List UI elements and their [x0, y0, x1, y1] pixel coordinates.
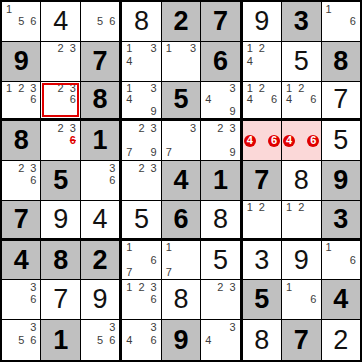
candidate-1: 1	[163, 43, 175, 55]
candidate-empty	[335, 266, 347, 278]
candidate-1: 1	[244, 202, 256, 214]
candidate-3: 3	[106, 321, 118, 334]
candidate-empty	[202, 321, 214, 334]
candidate-empty	[42, 94, 54, 106]
candidate-empty	[135, 254, 147, 266]
candidate-grid: 23	[123, 162, 159, 199]
candidate-7: 7	[123, 266, 135, 278]
given-digit: 5	[173, 86, 188, 113]
cell-r1c8[interactable]: 3	[282, 2, 321, 42]
candidate-empty	[106, 3, 118, 15]
candidate-empty	[135, 94, 147, 106]
candidate-empty	[335, 242, 347, 254]
candidate-empty	[163, 254, 175, 266]
candidate-3: 3	[148, 281, 160, 293]
candidate-empty	[335, 28, 347, 40]
candidate-empty	[268, 106, 280, 118]
cell-r6c8[interactable]: 12	[282, 201, 321, 241]
candidate-empty	[94, 162, 106, 174]
candidate-grid: 12	[244, 202, 280, 237]
candidate-grid: 36	[82, 162, 118, 199]
candidate-empty	[307, 225, 319, 237]
candidate-empty	[214, 321, 226, 334]
cell-r1c6[interactable]: 7	[201, 2, 242, 42]
cell-r2c1[interactable]: 9	[2, 42, 41, 82]
cell-r9c1[interactable]: 356	[2, 320, 41, 360]
cell-r4c9[interactable]: 5	[322, 121, 360, 161]
given-digit: 1	[213, 167, 228, 194]
candidate-4: 4	[123, 55, 135, 67]
cell-r6c4[interactable]: 5	[122, 201, 161, 241]
candidate-empty	[3, 162, 15, 174]
cell-r6c6[interactable]: 8	[201, 201, 242, 241]
candidate-empty	[135, 83, 147, 95]
candidate-empty	[187, 147, 199, 159]
candidate-empty	[15, 106, 27, 118]
candidate-empty	[295, 147, 307, 159]
candidate-empty	[123, 67, 135, 79]
cell-r7c7[interactable]: 3	[243, 241, 282, 281]
cell-r6c1[interactable]: 7	[2, 201, 41, 241]
candidate-1: 1	[323, 242, 335, 254]
candidate-empty	[55, 67, 67, 79]
candidate-empty	[244, 225, 256, 237]
candidate-empty	[3, 94, 15, 106]
candidate-empty	[55, 135, 67, 147]
candidate-empty	[15, 321, 27, 334]
cell-r2c3[interactable]: 7	[81, 42, 122, 82]
cell-r4c4[interactable]: 2379	[122, 121, 161, 161]
cell-r9c5[interactable]: 9	[162, 320, 201, 360]
cell-r1c3[interactable]: 56	[81, 2, 122, 42]
candidate-empty	[3, 321, 15, 334]
candidate-empty	[106, 187, 118, 199]
candidate-empty	[27, 306, 39, 318]
candidate-empty	[15, 3, 27, 15]
cell-r3c3[interactable]: 8	[81, 82, 122, 122]
cell-r1c4[interactable]: 8	[122, 2, 161, 42]
candidate-empty	[175, 135, 187, 147]
candidate-empty	[335, 15, 347, 27]
cell-r7c5[interactable]: 17	[162, 241, 201, 281]
cell-r4c5[interactable]: 37	[162, 121, 201, 161]
candidate-empty	[307, 214, 319, 226]
candidate-grid: 16	[283, 281, 319, 318]
candidate-empty	[268, 43, 280, 55]
cell-r4c6[interactable]: 239	[201, 121, 242, 161]
candidate-4: 4	[202, 334, 214, 347]
cell-r8c5[interactable]: 8	[162, 280, 201, 320]
candidate-1: 1	[323, 3, 335, 15]
candidate-empty	[307, 202, 319, 214]
candidate-3: 3	[148, 162, 160, 174]
candidate-3: 3	[226, 83, 238, 95]
candidate-7: 7	[163, 147, 175, 159]
candidate-empty	[55, 106, 67, 118]
candidate-grid: 56	[82, 3, 118, 40]
candidate-empty	[27, 106, 39, 118]
given-digit: 7	[14, 206, 29, 233]
candidate-grid: 236	[42, 83, 78, 118]
cell-r5c9[interactable]: 9	[322, 161, 360, 201]
candidate-empty	[187, 242, 199, 254]
candidate-empty	[42, 43, 54, 55]
cell-r8c1[interactable]: 36	[2, 280, 41, 320]
candidate-empty	[135, 174, 147, 186]
candidate-empty	[256, 135, 268, 147]
candidate-empty	[268, 83, 280, 95]
candidate-empty	[175, 122, 187, 134]
candidate-grid: 1236	[3, 83, 39, 118]
candidate-6: 6	[268, 135, 280, 147]
candidate-empty	[15, 346, 27, 359]
candidate-empty	[295, 214, 307, 226]
candidate-6: 6	[27, 294, 39, 306]
cell-r5c4[interactable]: 23	[122, 161, 161, 201]
candidate-empty	[15, 187, 27, 199]
candidate-empty	[135, 187, 147, 199]
candidate-empty	[15, 281, 27, 293]
cell-r9c3[interactable]: 356	[81, 320, 122, 360]
candidate-empty	[307, 281, 319, 293]
cell-r6c7[interactable]: 12	[243, 201, 282, 241]
candidate-grid: 236	[42, 122, 78, 159]
cell-r5c7[interactable]: 7	[243, 161, 282, 201]
candidate-grid: 356	[82, 321, 118, 359]
board-row-4: 8236123793723946465	[2, 121, 360, 161]
candidate-empty	[94, 174, 106, 186]
cell-r9c6[interactable]: 34	[201, 320, 242, 360]
candidate-grid: 37	[163, 122, 199, 159]
candidate-6: 6	[347, 15, 359, 27]
cell-r2c7[interactable]: 124	[243, 42, 282, 82]
candidate-6: 6	[27, 94, 39, 106]
candidate-6: 6	[106, 334, 118, 347]
candidate-empty	[15, 174, 27, 186]
entered-digit: 4	[93, 206, 108, 233]
candidate-empty	[82, 187, 94, 199]
candidate-empty	[3, 106, 15, 118]
board-row-7: 4821671753916	[2, 241, 360, 281]
cell-r2c2[interactable]: 23	[41, 42, 80, 82]
candidate-empty	[187, 254, 199, 266]
cell-r6c5[interactable]: 6	[162, 201, 201, 241]
candidate-empty	[148, 135, 160, 147]
candidate-empty	[323, 28, 335, 40]
cell-r3c9[interactable]: 7	[322, 82, 360, 122]
candidate-empty	[256, 67, 268, 79]
candidate-empty	[295, 225, 307, 237]
cell-r7c2[interactable]: 8	[41, 241, 80, 281]
candidate-empty	[214, 294, 226, 306]
candidate-2: 2	[295, 83, 307, 95]
candidate-2: 2	[256, 202, 268, 214]
candidate-3: 3	[148, 321, 160, 334]
candidate-2: 2	[55, 122, 67, 134]
candidate-6: 6	[268, 94, 280, 106]
cell-r2c8[interactable]: 5	[282, 42, 321, 82]
candidate-empty	[3, 15, 15, 27]
candidate-grid: 134	[123, 43, 159, 80]
candidate-4: 4	[283, 94, 295, 106]
cell-r1c1[interactable]: 156	[2, 2, 41, 42]
cell-r3c6[interactable]: 349	[201, 82, 242, 122]
candidate-empty	[244, 147, 256, 159]
cell-r1c5[interactable]: 2	[162, 2, 201, 42]
cell-r4c7[interactable]: 46	[243, 121, 282, 161]
candidate-empty	[42, 55, 54, 67]
candidate-empty	[42, 106, 54, 118]
candidate-empty	[283, 214, 295, 226]
cell-r6c3[interactable]: 4	[81, 201, 122, 241]
candidate-empty	[94, 346, 106, 359]
candidate-empty	[148, 187, 160, 199]
candidate-empty	[42, 67, 54, 79]
cell-r4c3[interactable]: 1	[81, 121, 122, 161]
entered-digit: 9	[93, 286, 108, 313]
candidate-empty	[226, 306, 238, 318]
candidate-2: 2	[295, 202, 307, 214]
cell-r7c8[interactable]: 9	[282, 241, 321, 281]
cell-r8c4[interactable]: 1236	[122, 280, 161, 320]
candidate-3: 3	[187, 122, 199, 134]
candidate-4: 4	[123, 94, 135, 106]
candidate-empty	[82, 321, 94, 334]
candidate-empty	[135, 242, 147, 254]
candidate-3: 3	[27, 281, 39, 293]
candidate-empty	[347, 3, 359, 15]
candidate-7: 7	[163, 266, 175, 278]
candidate-1: 1	[244, 43, 256, 55]
candidate-grid: 34	[202, 321, 238, 359]
given-digit: 7	[93, 48, 108, 75]
candidate-empty	[163, 55, 175, 67]
board-row-1: 1564568279316	[2, 2, 360, 42]
cell-r3c4[interactable]: 1349	[122, 82, 161, 122]
given-digit: 4	[173, 167, 188, 194]
cell-r9c9[interactable]: 2	[322, 320, 360, 360]
candidate-grid: 16	[323, 242, 359, 279]
cell-r5c1[interactable]: 236	[2, 161, 41, 201]
candidate-empty	[135, 67, 147, 79]
cell-r1c7[interactable]: 9	[243, 2, 282, 42]
candidate-empty	[268, 67, 280, 79]
cell-r4c2[interactable]: 236	[41, 121, 80, 161]
candidate-empty	[55, 94, 67, 106]
candidate-empty	[42, 83, 54, 95]
candidate-6: 6	[67, 135, 79, 147]
candidate-empty	[175, 242, 187, 254]
candidate-3: 3	[226, 281, 238, 293]
candidate-3: 3	[106, 162, 118, 174]
candidate-1: 1	[283, 202, 295, 214]
cell-r5c6[interactable]: 1	[201, 161, 242, 201]
candidate-empty	[148, 242, 160, 254]
cell-r2c5[interactable]: 13	[162, 42, 201, 82]
given-digit: 7	[254, 167, 269, 194]
candidate-empty	[148, 306, 160, 318]
candidate-empty	[94, 3, 106, 15]
candidate-empty	[214, 106, 226, 118]
cell-r2c9[interactable]: 8	[322, 42, 360, 82]
candidate-empty	[187, 55, 199, 67]
candidate-2: 2	[214, 122, 226, 134]
candidate-empty	[175, 67, 187, 79]
candidate-empty	[94, 28, 106, 40]
given-digit: 7	[213, 8, 228, 35]
candidate-empty	[202, 122, 214, 134]
board-row-3: 1236236813495349124612467	[2, 82, 360, 122]
candidate-empty	[135, 106, 147, 118]
cell-r5c2[interactable]: 5	[41, 161, 80, 201]
candidate-empty	[123, 187, 135, 199]
sudoku-board: 1564568279316923713413612458123623681349…	[0, 0, 362, 362]
candidate-empty	[268, 122, 280, 134]
candidate-empty	[295, 294, 307, 306]
candidate-empty	[307, 147, 319, 159]
cell-r8c9[interactable]: 4	[322, 280, 360, 320]
candidate-empty	[202, 147, 214, 159]
cell-r8c2[interactable]: 7	[41, 280, 80, 320]
cell-r6c9[interactable]: 3	[322, 201, 360, 241]
cell-r3c2[interactable]: 236	[41, 82, 80, 122]
cell-r4c8[interactable]: 46	[282, 121, 321, 161]
candidate-grid: 156	[3, 3, 39, 40]
candidate-empty	[3, 174, 15, 186]
given-digit: 4	[14, 247, 29, 274]
candidate-grid: 236	[3, 162, 39, 199]
candidate-empty	[214, 147, 226, 159]
cell-r7c6[interactable]: 5	[201, 241, 242, 281]
candidate-empty	[135, 43, 147, 55]
candidate-empty	[82, 334, 94, 347]
candidate-empty	[82, 3, 94, 15]
cell-r9c7[interactable]: 8	[243, 320, 282, 360]
candidate-empty	[15, 94, 27, 106]
candidate-4: 4	[123, 334, 135, 347]
given-digit: 7	[294, 327, 309, 354]
cell-r7c4[interactable]: 167	[122, 241, 161, 281]
candidate-empty	[67, 147, 79, 159]
candidate-grid: 167	[123, 242, 159, 279]
candidate-grid: 13	[163, 43, 199, 80]
candidate-grid: 2379	[123, 122, 159, 159]
candidate-empty	[135, 306, 147, 318]
cell-r3c1[interactable]: 1236	[2, 82, 41, 122]
entered-digit: 7	[333, 86, 348, 113]
cell-r2c6[interactable]: 6	[201, 42, 242, 82]
entered-digit: 4	[53, 8, 68, 35]
candidate-empty	[82, 346, 94, 359]
cell-r7c3[interactable]: 2	[81, 241, 122, 281]
given-digit: 9	[14, 48, 29, 75]
given-digit: 3	[333, 206, 348, 233]
candidate-empty	[135, 321, 147, 334]
given-digit: 6	[213, 48, 228, 75]
given-digit: 4	[333, 286, 348, 313]
candidate-grid: 239	[202, 122, 238, 159]
candidate-1: 1	[3, 83, 15, 95]
candidate-empty	[175, 147, 187, 159]
entered-digit: 5	[333, 127, 348, 154]
candidate-empty	[94, 321, 106, 334]
candidate-2: 2	[135, 122, 147, 134]
candidate-empty	[123, 174, 135, 186]
candidate-empty	[256, 214, 268, 226]
candidate-empty	[202, 135, 214, 147]
candidate-6: 6	[347, 254, 359, 266]
candidate-empty	[106, 28, 118, 40]
cell-r2c4[interactable]: 134	[122, 42, 161, 82]
candidate-empty	[15, 294, 27, 306]
cell-r8c7[interactable]: 5	[243, 280, 282, 320]
candidate-4: 4	[244, 94, 256, 106]
cell-r1c9[interactable]: 16	[322, 2, 360, 42]
candidate-9: 9	[226, 147, 238, 159]
cell-r3c8[interactable]: 1246	[282, 82, 321, 122]
candidate-empty	[268, 225, 280, 237]
cell-r9c8[interactable]: 7	[282, 320, 321, 360]
cell-r6c2[interactable]: 9	[41, 201, 80, 241]
candidate-empty	[256, 55, 268, 67]
entered-digit: 5	[134, 206, 149, 233]
board-row-2: 923713413612458	[2, 42, 360, 82]
board-row-9: 3561356346934872	[2, 320, 360, 360]
cell-r7c9[interactable]: 16	[322, 241, 360, 281]
candidate-empty	[268, 214, 280, 226]
candidate-empty	[256, 147, 268, 159]
candidate-empty	[148, 266, 160, 278]
candidate-1: 1	[3, 3, 15, 15]
candidate-grid: 1246	[244, 83, 280, 118]
candidate-3: 3	[148, 43, 160, 55]
cell-r3c7[interactable]: 1246	[243, 82, 282, 122]
candidate-empty	[3, 294, 15, 306]
candidate-empty	[27, 28, 39, 40]
cell-r8c3[interactable]: 9	[81, 280, 122, 320]
candidate-3: 3	[187, 43, 199, 55]
cell-r9c4[interactable]: 346	[122, 320, 161, 360]
cell-r7c1[interactable]: 4	[2, 241, 41, 281]
entered-digit: 5	[294, 48, 309, 75]
cell-r4c1[interactable]: 8	[2, 121, 41, 161]
candidate-empty	[256, 225, 268, 237]
cell-r1c2[interactable]: 4	[41, 2, 80, 42]
candidate-empty	[307, 106, 319, 118]
board-row-8: 367912368235164	[2, 280, 360, 320]
cell-r5c5[interactable]: 4	[162, 161, 201, 201]
candidate-empty	[123, 294, 135, 306]
candidate-empty	[42, 122, 54, 134]
candidate-3: 3	[148, 83, 160, 95]
candidate-empty	[283, 147, 295, 159]
cell-r8c6[interactable]: 23	[201, 280, 242, 320]
candidate-empty	[148, 94, 160, 106]
candidate-empty	[67, 55, 79, 67]
given-digit: 8	[93, 86, 108, 113]
candidate-empty	[202, 106, 214, 118]
cell-r9c2[interactable]: 1	[41, 320, 80, 360]
cell-r5c8[interactable]: 8	[282, 161, 321, 201]
candidate-empty	[148, 55, 160, 67]
candidate-empty	[106, 346, 118, 359]
cell-r8c8[interactable]: 16	[282, 280, 321, 320]
cell-r5c3[interactable]: 36	[81, 161, 122, 201]
candidate-grid: 124	[244, 43, 280, 80]
cell-r3c5[interactable]: 5	[162, 82, 201, 122]
candidate-6: 6	[27, 15, 39, 27]
candidate-empty	[3, 334, 15, 347]
